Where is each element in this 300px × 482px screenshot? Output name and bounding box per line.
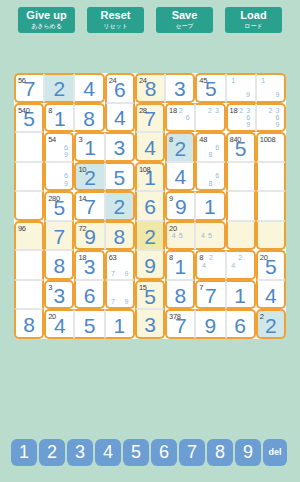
cell-digit: 2	[144, 226, 156, 247]
cell-r4c2[interactable]: 147	[74, 191, 104, 221]
cell-digit: 4	[144, 137, 156, 158]
cell-digit: 6	[84, 285, 96, 306]
load-sublabel: ロード	[244, 23, 262, 29]
cell-digit: 4	[174, 166, 186, 187]
cell-r5c8[interactable]	[256, 221, 286, 251]
cage-product-label: 28	[139, 106, 147, 115]
pencil-marks: 24	[227, 252, 254, 278]
cage-product-label: 8	[199, 253, 203, 262]
cell-r4c3[interactable]: 2	[105, 191, 135, 221]
cage-product-label: 18	[230, 106, 238, 115]
cage-product-label: 18	[78, 253, 86, 262]
cell-r2c2[interactable]: 31	[74, 132, 104, 162]
cage-product-label: 7	[199, 283, 203, 292]
cell-digit: 9	[144, 255, 156, 276]
cell-r6c7[interactable]: 24	[226, 250, 256, 280]
cell-r3c4[interactable]: 1081	[135, 162, 165, 192]
cell-r8c7[interactable]: 6	[226, 309, 256, 339]
cell-r3c8[interactable]	[256, 162, 286, 192]
cell-r4c5[interactable]: 99	[165, 191, 195, 221]
cell-r0c1[interactable]: 2	[44, 73, 74, 103]
reset-button[interactable]: Reset リセット	[87, 7, 144, 33]
cell-r6c0[interactable]	[14, 250, 44, 280]
numpad-delete[interactable]: del	[263, 439, 287, 466]
cell-r7c0[interactable]	[14, 280, 44, 310]
cell-digit: 4	[83, 78, 95, 99]
cell-digit: 3	[113, 137, 125, 158]
cell-r4c8[interactable]	[256, 191, 286, 221]
cage-product-label: 8	[169, 135, 173, 144]
cage-product-label: 14	[78, 194, 86, 203]
numpad-1[interactable]: 1	[11, 439, 37, 466]
cell-digit: 8	[113, 226, 125, 247]
cage-product-label: 96	[18, 224, 26, 233]
pencil-marks: 19	[227, 75, 255, 101]
numpad-4[interactable]: 4	[95, 439, 121, 466]
cage-product-label: 20	[260, 253, 268, 262]
cell-r4c0[interactable]	[14, 191, 44, 221]
cell-digit: 2	[174, 138, 186, 159]
cell-r1c3[interactable]: 4	[105, 103, 135, 133]
cell-r6c3[interactable]: 6379	[105, 250, 135, 280]
numpad-8[interactable]: 8	[207, 439, 233, 466]
numpad-5[interactable]: 5	[123, 439, 149, 466]
cell-r7c6[interactable]: 77	[195, 280, 225, 310]
cell-r7c5[interactable]: 8	[165, 280, 195, 310]
cage-product-label: 45	[199, 76, 207, 85]
cage-product-label: 2	[260, 312, 264, 321]
cell-digit: 4	[114, 107, 126, 128]
pencil-marks: 68	[197, 163, 223, 190]
cell-r0c8[interactable]: 19	[256, 73, 286, 103]
numpad-3[interactable]: 3	[67, 439, 93, 466]
cell-r2c0[interactable]	[14, 132, 44, 162]
cell-digit: 3	[174, 78, 186, 99]
pencil-marks: 19	[257, 75, 284, 101]
cell-digit: 9	[205, 315, 217, 336]
cage-product-label: 24	[109, 76, 117, 85]
cell-digit: 8	[174, 285, 186, 306]
cell-r0c6[interactable]: 455	[195, 73, 225, 103]
cage-product-label: 24	[139, 76, 147, 85]
cell-r7c4[interactable]: 155	[135, 280, 165, 310]
cell-r8c4[interactable]: 3	[135, 309, 165, 339]
cell-r2c3[interactable]: 3	[105, 132, 135, 162]
cell-r5c0[interactable]: 96	[14, 221, 44, 251]
cell-r5c4[interactable]: 2	[135, 221, 165, 251]
cell-r1c6[interactable]: 23	[195, 103, 225, 133]
cage-product-label: 3	[48, 283, 52, 292]
cage-product-label: 20	[48, 312, 56, 321]
cage-product-label: 48	[199, 135, 207, 144]
cage-product-label: 63	[109, 253, 117, 262]
cell-digit: 2	[265, 315, 277, 336]
cell-r2c8[interactable]: 1008	[256, 132, 286, 162]
numpad-6[interactable]: 6	[151, 439, 177, 466]
cage-product-label: 54	[48, 135, 56, 144]
cage-product-label: 72	[78, 224, 86, 233]
cell-r1c7[interactable]: 182369	[226, 103, 256, 133]
cell-r3c7[interactable]	[226, 162, 256, 192]
cell-digit: 7	[205, 285, 217, 306]
cell-r0c2[interactable]: 4	[74, 73, 104, 103]
cage-product-label: 3	[78, 135, 82, 144]
pencil-marks: 45	[196, 223, 223, 249]
toolbar: Give up あきらめる Reset リセット Save セーブ Load ロ…	[0, 7, 300, 33]
cell-r8c1[interactable]: 204	[44, 309, 74, 339]
cell-r7c2[interactable]: 6	[74, 280, 104, 310]
cell-r6c8[interactable]: 205	[256, 250, 286, 280]
pencil-marks: 2369	[257, 105, 284, 131]
cell-r7c7[interactable]: 1	[226, 280, 256, 310]
cell-digit: 1	[54, 108, 66, 129]
cell-r2c1[interactable]: 5469	[44, 132, 74, 162]
cell-r5c2[interactable]: 729	[74, 221, 104, 251]
cell-digit: 7	[53, 226, 65, 247]
cell-digit: 8	[53, 255, 65, 276]
cell-r4c6[interactable]: 1	[195, 191, 225, 221]
cell-r3c6[interactable]: 68	[195, 162, 225, 192]
cage-product-label: 20	[169, 224, 177, 233]
cell-r5c6[interactable]: 45	[195, 221, 225, 251]
cell-r5c1[interactable]: 7	[44, 221, 74, 251]
save-button[interactable]: Save セーブ	[156, 7, 213, 33]
cell-r6c1[interactable]: 8	[44, 250, 74, 280]
cell-r1c1[interactable]: 81	[44, 103, 74, 133]
cell-r5c3[interactable]: 8	[105, 221, 135, 251]
cell-digit: 6	[234, 315, 246, 336]
cell-digit: 1	[84, 137, 96, 158]
cell-r1c2[interactable]: 8	[74, 103, 104, 133]
cell-digit: 1	[174, 256, 186, 277]
cell-r5c5[interactable]: 2045	[165, 221, 195, 251]
cage-product-label: 280	[48, 194, 60, 203]
cage-product-label: 9	[169, 194, 173, 203]
numpad-9[interactable]: 9	[235, 439, 261, 466]
cell-r3c1[interactable]: 69	[44, 162, 74, 192]
cell-digit: 1	[204, 196, 216, 217]
cell-digit: 9	[175, 196, 187, 217]
reset-sublabel: リセット	[103, 23, 128, 29]
cage-product-label: 108	[139, 165, 151, 174]
give-up-sublabel: あきらめる	[31, 23, 62, 29]
cage-product-label: 18	[169, 106, 177, 115]
cell-r2c4[interactable]: 4	[135, 132, 165, 162]
cell-r3c2[interactable]: 102	[74, 162, 104, 192]
numpad-2[interactable]: 2	[39, 439, 65, 466]
cell-r0c5[interactable]: 3	[165, 73, 195, 103]
cell-r1c8[interactable]: 2369	[256, 103, 286, 133]
cage-product-label: 8	[48, 106, 52, 115]
cage-product-label: 10	[78, 165, 86, 174]
load-button[interactable]: Load ロード	[225, 7, 282, 33]
cell-r6c5[interactable]: 81	[165, 250, 195, 280]
cell-r7c1[interactable]: 33	[44, 280, 74, 310]
numpad-7[interactable]: 7	[179, 439, 205, 466]
cell-digit: 8	[23, 314, 35, 335]
give-up-button[interactable]: Give up あきらめる	[18, 7, 75, 33]
cell-r4c4[interactable]: 6	[135, 191, 165, 221]
cell-digit: 8	[83, 108, 95, 129]
cell-digit: 5	[113, 167, 125, 188]
cell-r6c2[interactable]: 183	[74, 250, 104, 280]
cell-digit: 1	[234, 285, 246, 306]
cell-r1c0[interactable]: 5405	[14, 103, 44, 133]
cell-r4c7[interactable]	[226, 191, 256, 221]
cell-digit: 3	[144, 314, 156, 335]
cell-r8c6[interactable]: 9	[195, 309, 225, 339]
give-up-label: Give up	[26, 10, 66, 21]
cage-product-label: 540	[18, 106, 30, 115]
cell-r6c6[interactable]: 824	[195, 250, 225, 280]
cell-r4c1[interactable]: 2805	[44, 191, 74, 221]
cage-product-label: 56	[18, 76, 26, 85]
save-sublabel: セーブ	[175, 23, 193, 29]
pencil-marks: 69	[46, 163, 72, 190]
cell-digit: 3	[53, 285, 65, 306]
pencil-marks: 79	[107, 281, 133, 308]
cell-r0c0[interactable]: 567	[14, 73, 44, 103]
cell-r0c4[interactable]: 248	[135, 73, 165, 103]
reset-label: Reset	[101, 10, 131, 21]
cell-r2c6[interactable]: 4868	[195, 132, 225, 162]
cell-r6c4[interactable]: 9	[135, 250, 165, 280]
cell-digit: 1	[113, 315, 125, 336]
cage-product-label: 378	[169, 312, 181, 321]
cell-digit: 6	[144, 196, 156, 217]
cell-r7c8[interactable]: 4	[256, 280, 286, 310]
cell-r3c3[interactable]: 5	[105, 162, 135, 192]
cell-r5c7[interactable]	[226, 221, 256, 251]
cell-digit: 2	[113, 196, 125, 217]
cage-product-label: 8	[169, 253, 173, 262]
cell-r8c5[interactable]: 3787	[165, 309, 195, 339]
cell-r8c2[interactable]: 5	[74, 309, 104, 339]
cell-digit: 4	[265, 285, 277, 306]
cell-r1c4[interactable]: 287	[135, 103, 165, 133]
sudoku-board: 5672424624834551919540581842871826231823…	[14, 73, 286, 339]
cage-product-label: 840	[230, 135, 242, 144]
cell-r0c7[interactable]: 19	[226, 73, 256, 103]
cell-r8c0[interactable]: 8	[14, 309, 44, 339]
numpad: 123456789del	[11, 438, 289, 466]
pencil-marks: 23	[196, 105, 223, 131]
cage-product-label: 15	[139, 283, 147, 292]
save-label: Save	[172, 10, 198, 21]
cell-r2c7[interactable]: 8405	[226, 132, 256, 162]
cell-r2c5[interactable]: 82	[165, 132, 195, 162]
cell-r7c3[interactable]: 79	[105, 280, 135, 310]
cell-digit: 5	[84, 315, 96, 336]
cell-r8c3[interactable]: 1	[105, 309, 135, 339]
cell-r3c5[interactable]: 4	[165, 162, 195, 192]
cell-r3c0[interactable]	[14, 162, 44, 192]
cell-r8c8[interactable]: 22	[256, 309, 286, 339]
cell-r0c3[interactable]: 246	[105, 73, 135, 103]
load-label: Load	[240, 10, 266, 21]
cage-product-label: 1008	[260, 135, 276, 144]
cell-r1c5[interactable]: 1826	[165, 103, 195, 133]
cell-digit: 2	[53, 78, 65, 99]
